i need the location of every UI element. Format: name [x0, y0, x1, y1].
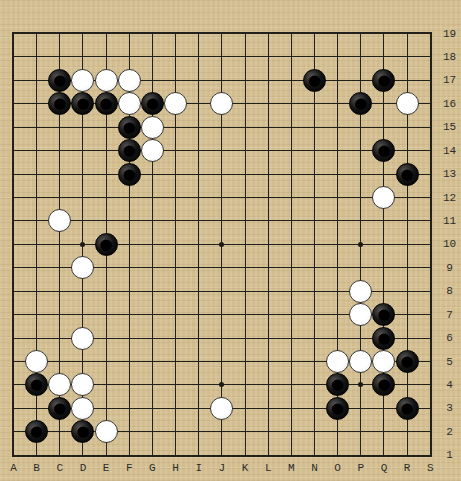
- column-label-I: I: [188, 462, 210, 474]
- stone-white-P8[interactable]: ●: [349, 280, 372, 303]
- column-label-R: R: [396, 462, 418, 474]
- row-label-19: 19: [439, 28, 461, 40]
- stone-black-C17[interactable]: ●: [48, 69, 71, 92]
- column-label-G: G: [141, 462, 163, 474]
- stone-white-F16[interactable]: ●: [118, 92, 141, 115]
- stone-white-E17[interactable]: ●: [95, 69, 118, 92]
- stone-black-F14[interactable]: ●: [118, 139, 141, 162]
- row-label-14: 14: [439, 145, 461, 157]
- stone-white-F17[interactable]: ●: [118, 69, 141, 92]
- column-label-D: D: [72, 462, 94, 474]
- column-label-E: E: [95, 462, 117, 474]
- stone-black-F13[interactable]: ●: [118, 163, 141, 186]
- row-label-12: 12: [439, 192, 461, 204]
- column-label-A: A: [3, 462, 25, 474]
- row-label-11: 11: [439, 215, 461, 227]
- go-board[interactable]: ●●●●●●●●●●●●●●●●●●●●●●●●●●●●●●●●●●●●●●●●…: [0, 0, 461, 481]
- column-label-S: S: [419, 462, 441, 474]
- column-label-N: N: [304, 462, 326, 474]
- row-label-2: 2: [439, 426, 461, 438]
- row-label-3: 3: [439, 402, 461, 414]
- stone-black-R5[interactable]: ●: [396, 350, 419, 373]
- row-label-1: 1: [439, 449, 461, 461]
- stone-black-O3[interactable]: ●: [326, 397, 349, 420]
- stone-black-F15[interactable]: ●: [118, 116, 141, 139]
- column-label-C: C: [49, 462, 71, 474]
- stone-black-Q6[interactable]: ●: [372, 327, 395, 350]
- stone-black-R3[interactable]: ●: [396, 397, 419, 420]
- row-label-5: 5: [439, 356, 461, 368]
- row-label-15: 15: [439, 121, 461, 133]
- column-label-L: L: [257, 462, 279, 474]
- column-label-F: F: [118, 462, 140, 474]
- row-label-10: 10: [439, 238, 461, 250]
- stone-white-E2[interactable]: ●: [95, 420, 118, 443]
- row-label-7: 7: [439, 309, 461, 321]
- column-label-J: J: [211, 462, 233, 474]
- stone-black-E16[interactable]: ●: [95, 92, 118, 115]
- row-label-18: 18: [439, 51, 461, 63]
- column-label-B: B: [26, 462, 48, 474]
- column-label-K: K: [234, 462, 256, 474]
- row-label-9: 9: [439, 262, 461, 274]
- stone-white-R16[interactable]: ●: [396, 92, 419, 115]
- row-label-17: 17: [439, 74, 461, 86]
- stone-white-B5[interactable]: ●: [25, 350, 48, 373]
- stone-white-D6[interactable]: ●: [71, 327, 94, 350]
- stone-black-E10[interactable]: ●: [95, 233, 118, 256]
- row-label-8: 8: [439, 285, 461, 297]
- column-label-Q: Q: [373, 462, 395, 474]
- column-label-H: H: [165, 462, 187, 474]
- column-label-O: O: [327, 462, 349, 474]
- row-label-16: 16: [439, 98, 461, 110]
- row-label-4: 4: [439, 379, 461, 391]
- stone-black-R13[interactable]: ●: [396, 163, 419, 186]
- stone-white-G15[interactable]: ●: [141, 116, 164, 139]
- row-label-13: 13: [439, 168, 461, 180]
- column-label-M: M: [280, 462, 302, 474]
- stone-black-N17[interactable]: ●: [303, 69, 326, 92]
- row-label-6: 6: [439, 332, 461, 344]
- column-label-P: P: [350, 462, 372, 474]
- stone-white-G14[interactable]: ●: [141, 139, 164, 162]
